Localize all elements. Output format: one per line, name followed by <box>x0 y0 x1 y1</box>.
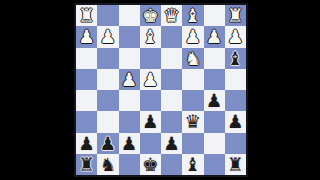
black-bishop: ♝ <box>182 154 203 175</box>
black-queen: ♛ <box>182 111 203 132</box>
square-g1[interactable] <box>97 5 118 26</box>
square-a5[interactable] <box>225 90 246 111</box>
square-b6[interactable] <box>204 111 225 132</box>
square-a6[interactable]: ♟ <box>225 111 246 132</box>
square-a2[interactable]: ♟ <box>225 26 246 47</box>
black-rook: ♜ <box>225 154 246 175</box>
square-e6[interactable]: ♟ <box>140 111 161 132</box>
square-e1[interactable]: ♚ <box>140 5 161 26</box>
white-bishop: ♝ <box>182 5 203 26</box>
square-c6[interactable]: ♛ <box>182 111 203 132</box>
square-b7[interactable] <box>204 133 225 154</box>
square-e3[interactable] <box>140 48 161 69</box>
black-bishop: ♝ <box>225 48 246 69</box>
square-e4[interactable]: ♟ <box>140 69 161 90</box>
white-pawn: ♟ <box>225 26 246 47</box>
square-g8[interactable]: ♞ <box>97 154 118 175</box>
square-d5[interactable] <box>161 90 182 111</box>
square-a8[interactable]: ♜ <box>225 154 246 175</box>
white-pawn: ♟ <box>97 26 118 47</box>
square-g6[interactable] <box>97 111 118 132</box>
square-c3[interactable]: ♞ <box>182 48 203 69</box>
black-knight: ♞ <box>97 154 118 175</box>
square-d4[interactable] <box>161 69 182 90</box>
square-d1[interactable]: ♛ <box>161 5 182 26</box>
white-pawn: ♟ <box>204 26 225 47</box>
square-c8[interactable]: ♝ <box>182 154 203 175</box>
black-pawn: ♟ <box>225 111 246 132</box>
black-rook: ♜ <box>76 154 97 175</box>
white-bishop: ♝ <box>140 26 161 47</box>
black-pawn: ♟ <box>97 133 118 154</box>
square-b4[interactable] <box>204 69 225 90</box>
square-a7[interactable] <box>225 133 246 154</box>
square-e5[interactable] <box>140 90 161 111</box>
white-pawn: ♟ <box>140 69 161 90</box>
black-pawn: ♟ <box>119 133 140 154</box>
square-c7[interactable] <box>182 133 203 154</box>
square-f3[interactable] <box>119 48 140 69</box>
square-h1[interactable]: ♜ <box>76 5 97 26</box>
square-c2[interactable]: ♟ <box>182 26 203 47</box>
square-f8[interactable] <box>119 154 140 175</box>
square-g2[interactable]: ♟ <box>97 26 118 47</box>
white-pawn: ♟ <box>76 26 97 47</box>
black-pawn: ♟ <box>204 90 225 111</box>
white-queen: ♛ <box>161 5 182 26</box>
square-a1[interactable]: ♜ <box>225 5 246 26</box>
white-knight: ♞ <box>182 48 203 69</box>
square-h6[interactable] <box>76 111 97 132</box>
square-h3[interactable] <box>76 48 97 69</box>
square-e2[interactable]: ♝ <box>140 26 161 47</box>
square-b2[interactable]: ♟ <box>204 26 225 47</box>
square-h7[interactable]: ♟ <box>76 133 97 154</box>
black-pawn: ♟ <box>76 133 97 154</box>
square-b5[interactable]: ♟ <box>204 90 225 111</box>
square-g3[interactable] <box>97 48 118 69</box>
white-rook: ♜ <box>76 5 97 26</box>
square-f7[interactable]: ♟ <box>119 133 140 154</box>
square-f4[interactable]: ♟ <box>119 69 140 90</box>
square-d8[interactable] <box>161 154 182 175</box>
square-h8[interactable]: ♜ <box>76 154 97 175</box>
chess-board: ♜♚♛♝♜♟♟♝♟♟♟♞♝♟♟♟♟♛♟♟♟♟♟♜♞♚♝♜ <box>76 5 246 175</box>
white-rook: ♜ <box>225 5 246 26</box>
black-king: ♚ <box>140 154 161 175</box>
square-d6[interactable] <box>161 111 182 132</box>
square-g5[interactable] <box>97 90 118 111</box>
white-pawn: ♟ <box>182 26 203 47</box>
square-b1[interactable] <box>204 5 225 26</box>
square-e8[interactable]: ♚ <box>140 154 161 175</box>
square-f6[interactable] <box>119 111 140 132</box>
square-f5[interactable] <box>119 90 140 111</box>
chess-board-border: ♜♚♛♝♜♟♟♝♟♟♟♞♝♟♟♟♟♛♟♟♟♟♟♜♞♚♝♜ <box>74 3 248 177</box>
square-d2[interactable] <box>161 26 182 47</box>
square-f2[interactable] <box>119 26 140 47</box>
square-h4[interactable] <box>76 69 97 90</box>
white-king: ♚ <box>140 5 161 26</box>
black-pawn: ♟ <box>140 111 161 132</box>
square-c5[interactable] <box>182 90 203 111</box>
square-g7[interactable]: ♟ <box>97 133 118 154</box>
square-h5[interactable] <box>76 90 97 111</box>
square-c1[interactable]: ♝ <box>182 5 203 26</box>
square-c4[interactable] <box>182 69 203 90</box>
square-b3[interactable] <box>204 48 225 69</box>
video-frame-background: ♜♚♛♝♜♟♟♝♟♟♟♞♝♟♟♟♟♛♟♟♟♟♟♜♞♚♝♜ <box>0 0 320 180</box>
square-e7[interactable] <box>140 133 161 154</box>
black-pawn: ♟ <box>161 133 182 154</box>
square-b8[interactable] <box>204 154 225 175</box>
square-a4[interactable] <box>225 69 246 90</box>
square-d7[interactable]: ♟ <box>161 133 182 154</box>
square-g4[interactable] <box>97 69 118 90</box>
square-f1[interactable] <box>119 5 140 26</box>
square-d3[interactable] <box>161 48 182 69</box>
square-a3[interactable]: ♝ <box>225 48 246 69</box>
square-h2[interactable]: ♟ <box>76 26 97 47</box>
white-pawn: ♟ <box>119 69 140 90</box>
